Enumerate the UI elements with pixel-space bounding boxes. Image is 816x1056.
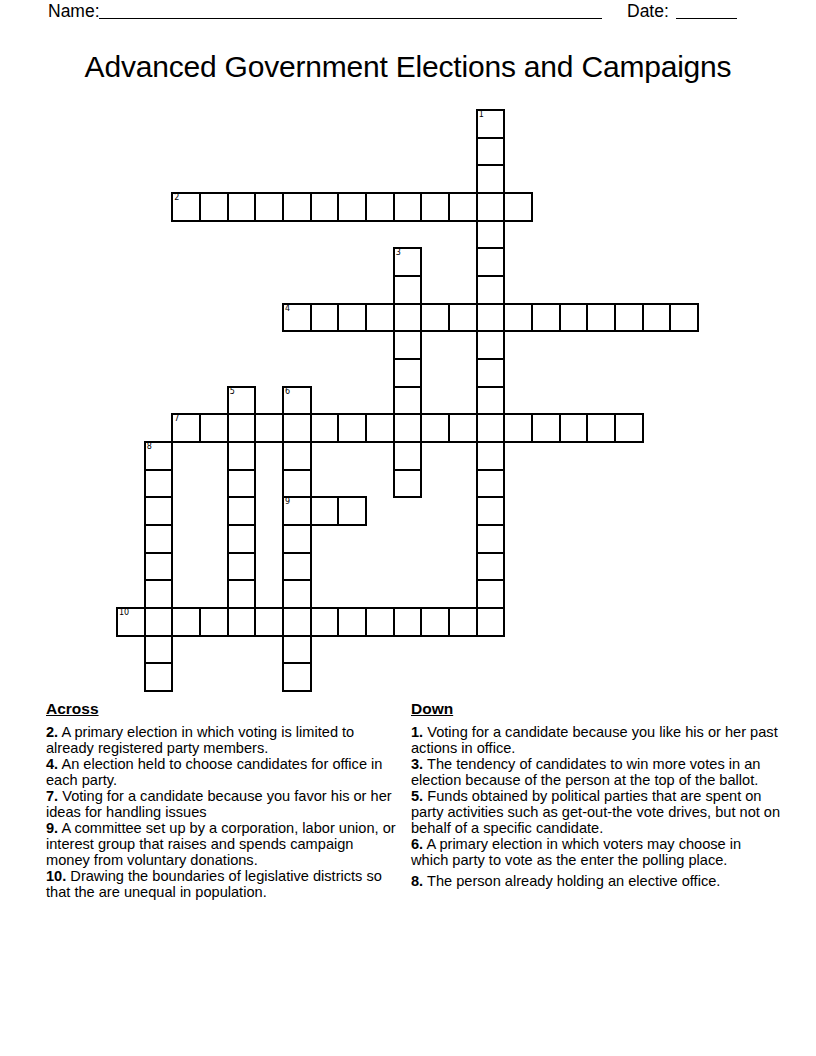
grid-cell[interactable] (310, 192, 340, 222)
grid-cell[interactable] (420, 413, 450, 443)
clue-number-label: 8. (411, 873, 423, 889)
grid-cell[interactable] (365, 413, 395, 443)
date-blank-line (676, 1, 737, 19)
date-label: Date: (627, 1, 669, 22)
grid-cell[interactable] (337, 413, 367, 443)
grid-cell[interactable] (282, 469, 312, 499)
clue-number-label: 5. (411, 788, 423, 804)
clue-6-down: 6. A primary election in which voters ma… (411, 836, 781, 868)
across-clues: Across 2. A primary election in which vo… (46, 700, 398, 900)
grid-cell[interactable] (282, 441, 312, 471)
clue-7-across: 7. Voting for a candidate because you fa… (46, 788, 398, 820)
grid-cell[interactable] (393, 303, 423, 333)
clue-number: 10 (119, 608, 129, 618)
grid-cell[interactable] (227, 441, 257, 471)
grid-cell[interactable] (476, 275, 506, 305)
clue-text: The tendency of candidates to win more v… (411, 756, 760, 788)
grid-cell[interactable] (420, 607, 450, 637)
grid-cell[interactable] (476, 413, 506, 443)
grid-cell[interactable]: 1 (476, 109, 506, 139)
grid-cell[interactable] (227, 413, 257, 443)
across-header: Across (46, 700, 398, 718)
clue-number-label: 1. (411, 724, 423, 740)
grid-cell[interactable]: 8 (144, 441, 174, 471)
clue-number: 5 (230, 387, 235, 397)
clue-4-across: 4. An election held to choose candidates… (46, 756, 398, 788)
grid-cell[interactable]: 9 (282, 496, 312, 526)
grid-cell[interactable] (144, 469, 174, 499)
grid-cell[interactable] (448, 192, 478, 222)
grid-cell[interactable] (393, 469, 423, 499)
grid-cell[interactable] (310, 607, 340, 637)
grid-cell[interactable] (586, 413, 616, 443)
grid-cell[interactable] (254, 413, 284, 443)
grid-cell[interactable] (476, 607, 506, 637)
grid-cell[interactable] (476, 469, 506, 499)
clue-text: Voting for a candidate because you favor… (46, 788, 392, 820)
grid-cell[interactable] (476, 164, 506, 194)
grid-cell[interactable] (476, 358, 506, 388)
grid-cell[interactable] (393, 330, 423, 360)
down-clues: Down 1. Voting for a candidate because y… (411, 700, 781, 889)
grid-cell[interactable] (476, 524, 506, 554)
grid-cell[interactable]: 4 (282, 303, 312, 333)
clue-2-across: 2. A primary election in which voting is… (46, 724, 398, 756)
grid-cell[interactable] (503, 413, 533, 443)
crossword-grid: 12345697810 (117, 110, 699, 692)
grid-cell[interactable] (337, 303, 367, 333)
grid-cell[interactable] (199, 192, 229, 222)
grid-cell[interactable] (144, 552, 174, 582)
grid-cell[interactable] (420, 303, 450, 333)
grid-cell[interactable] (282, 579, 312, 609)
grid-cell[interactable] (393, 607, 423, 637)
grid-cell[interactable] (282, 607, 312, 637)
clue-9-across: 9. A committee set up by a corporation, … (46, 820, 398, 868)
clue-5-down: 5. Funds obtained by political parties t… (411, 788, 781, 836)
grid-cell[interactable] (144, 662, 174, 692)
grid-cell[interactable] (476, 303, 506, 333)
grid-cell[interactable] (365, 303, 395, 333)
clue-number: 7 (174, 414, 179, 424)
grid-cell[interactable] (199, 413, 229, 443)
grid-cell[interactable] (448, 607, 478, 637)
grid-cell[interactable]: 6 (282, 386, 312, 416)
clue-number: 9 (285, 497, 290, 507)
grid-cell[interactable] (337, 607, 367, 637)
grid-cell[interactable] (337, 192, 367, 222)
grid-cell[interactable] (586, 303, 616, 333)
grid-cell[interactable] (448, 303, 478, 333)
clue-number-label: 9. (46, 820, 58, 836)
clue-text: Voting for a candidate because you like … (411, 724, 778, 756)
grid-cell[interactable] (282, 552, 312, 582)
clue-number-label: 3. (411, 756, 423, 772)
clue-number: 2 (174, 193, 179, 203)
grid-cell[interactable] (614, 303, 644, 333)
grid-cell[interactable] (365, 192, 395, 222)
grid-cell[interactable] (282, 192, 312, 222)
clue-text: Funds obtained by political parties that… (411, 788, 780, 836)
grid-cell[interactable] (144, 496, 174, 526)
grid-cell[interactable] (144, 524, 174, 554)
grid-cell[interactable] (559, 303, 589, 333)
page-title: Advanced Government Elections and Campai… (0, 50, 816, 83)
down-header: Down (411, 700, 781, 718)
grid-cell[interactable]: 3 (393, 247, 423, 277)
grid-cell[interactable] (559, 413, 589, 443)
grid-cell[interactable]: 2 (171, 192, 201, 222)
grid-cell[interactable]: 10 (116, 607, 146, 637)
grid-cell[interactable] (476, 496, 506, 526)
grid-cell[interactable] (669, 303, 699, 333)
grid-cell[interactable]: 5 (227, 386, 257, 416)
grid-cell[interactable] (476, 330, 506, 360)
grid-cell[interactable] (227, 524, 257, 554)
grid-cell[interactable] (227, 607, 257, 637)
grid-cell[interactable] (144, 579, 174, 609)
clue-number-label: 7. (46, 788, 58, 804)
grid-cell[interactable] (144, 607, 174, 637)
grid-cell[interactable] (227, 552, 257, 582)
grid-cell[interactable] (227, 192, 257, 222)
grid-cell[interactable] (476, 220, 506, 250)
clue-8-down: 8. The person already holding an electiv… (411, 873, 781, 889)
grid-cell[interactable] (614, 413, 644, 443)
grid-cell[interactable] (448, 413, 478, 443)
clue-text: A primary election in which voters may c… (411, 836, 741, 868)
grid-cell[interactable] (254, 192, 284, 222)
clue-number-label: 4. (46, 756, 58, 772)
clue-1-down: 1. Voting for a candidate because you li… (411, 724, 781, 756)
grid-cell[interactable] (420, 192, 450, 222)
grid-cell[interactable] (503, 303, 533, 333)
grid-cell[interactable] (282, 635, 312, 665)
grid-cell[interactable] (365, 607, 395, 637)
grid-cell[interactable] (310, 303, 340, 333)
clue-3-down: 3. The tendency of candidates to win mor… (411, 756, 781, 788)
name-blank-line (99, 1, 602, 19)
grid-cell[interactable] (393, 386, 423, 416)
clue-number: 6 (285, 387, 290, 397)
grid-cell[interactable] (476, 552, 506, 582)
grid-cell[interactable] (476, 441, 506, 471)
grid-cell[interactable] (282, 413, 312, 443)
clue-text: A primary election in which voting is li… (46, 724, 354, 756)
clue-10-across: 10. Drawing the boundaries of legislativ… (46, 868, 398, 900)
grid-cell[interactable] (476, 137, 506, 167)
grid-cell[interactable] (254, 607, 284, 637)
name-label: Name: (48, 1, 100, 22)
grid-cell[interactable] (393, 275, 423, 305)
grid-cell[interactable] (144, 635, 174, 665)
grid-cell[interactable] (310, 496, 340, 526)
grid-cell[interactable] (393, 441, 423, 471)
grid-cell[interactable] (282, 662, 312, 692)
grid-cell[interactable] (310, 413, 340, 443)
clue-text: An election held to choose candidates fo… (46, 756, 382, 788)
clue-number-label: 10. (46, 868, 66, 884)
clue-number: 4 (285, 304, 290, 314)
grid-cell[interactable] (393, 413, 423, 443)
grid-cell[interactable] (476, 579, 506, 609)
grid-cell[interactable] (531, 303, 561, 333)
grid-cell[interactable] (476, 247, 506, 277)
grid-cell[interactable] (393, 192, 423, 222)
grid-cell[interactable] (503, 192, 533, 222)
grid-cell[interactable] (227, 469, 257, 499)
clue-text: Drawing the boundaries of legislative di… (46, 868, 382, 900)
clue-text: A committee set up by a corporation, lab… (46, 820, 396, 868)
grid-cell[interactable] (476, 386, 506, 416)
grid-cell[interactable] (199, 607, 229, 637)
grid-cell[interactable] (476, 192, 506, 222)
grid-cell[interactable] (642, 303, 672, 333)
clue-number: 3 (396, 248, 401, 258)
clue-number: 8 (147, 442, 152, 452)
clue-number-label: 6. (411, 836, 423, 852)
worksheet-page: Name: Date: Advanced Government Election… (0, 0, 816, 1056)
grid-cell[interactable] (393, 358, 423, 388)
grid-cell[interactable] (227, 579, 257, 609)
grid-cell[interactable] (227, 496, 257, 526)
grid-cell[interactable] (282, 524, 312, 554)
clue-text: The person already holding an elective o… (427, 873, 720, 889)
grid-cell[interactable]: 7 (171, 413, 201, 443)
grid-cell[interactable] (531, 413, 561, 443)
clue-number: 1 (479, 110, 484, 120)
grid-cell[interactable] (171, 607, 201, 637)
clue-number-label: 2. (46, 724, 58, 740)
grid-cell[interactable] (337, 496, 367, 526)
